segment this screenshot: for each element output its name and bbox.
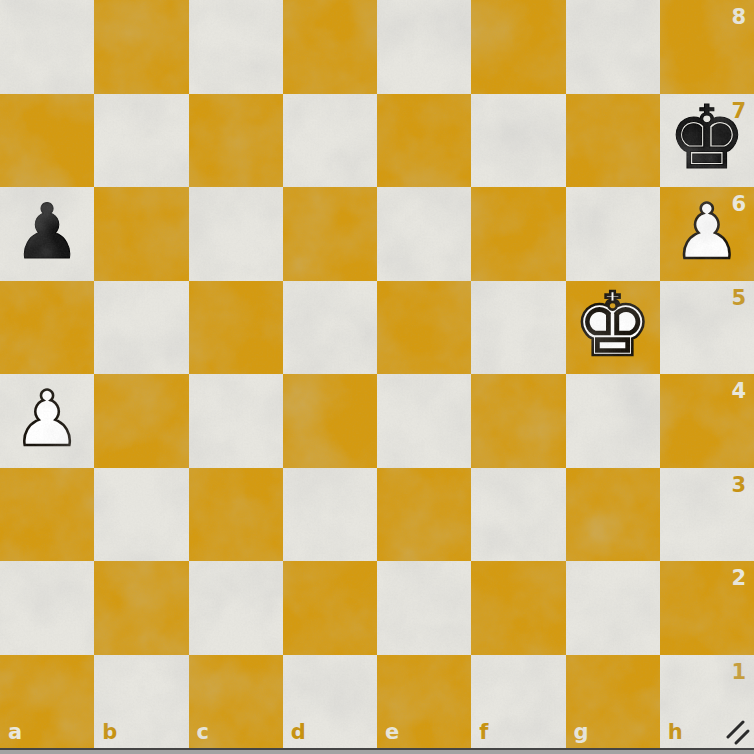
page: 8♚7♟♟6♚5♟432abcdefgh1	[0, 0, 754, 754]
rank-label-1: 1	[731, 662, 746, 683]
square-a4[interactable]: ♟	[0, 374, 94, 468]
square-a8[interactable]	[0, 0, 94, 94]
white-king[interactable]: ♚	[573, 281, 652, 369]
square-a5[interactable]	[0, 281, 94, 375]
square-e8[interactable]	[377, 0, 471, 94]
square-e7[interactable]	[377, 94, 471, 188]
file-label-d: d	[291, 722, 306, 743]
square-d3[interactable]	[283, 468, 377, 562]
square-b1[interactable]: b	[94, 655, 188, 749]
square-c8[interactable]	[189, 0, 283, 94]
square-b4[interactable]	[94, 374, 188, 468]
square-f7[interactable]	[471, 94, 565, 188]
square-f8[interactable]	[471, 0, 565, 94]
file-label-g: g	[574, 722, 589, 743]
white-pawn[interactable]: ♟	[13, 381, 81, 457]
rank-label-2: 2	[731, 568, 746, 589]
page-bottom-strip	[0, 748, 754, 754]
file-label-a: a	[8, 722, 22, 743]
square-f1[interactable]: f	[471, 655, 565, 749]
rank-label-6: 6	[731, 194, 746, 215]
square-c1[interactable]: c	[189, 655, 283, 749]
square-e2[interactable]	[377, 561, 471, 655]
square-c4[interactable]	[189, 374, 283, 468]
square-h4[interactable]: 4	[660, 374, 754, 468]
file-label-f: f	[479, 722, 488, 743]
square-d5[interactable]	[283, 281, 377, 375]
square-c3[interactable]	[189, 468, 283, 562]
square-d2[interactable]	[283, 561, 377, 655]
file-label-h: h	[668, 722, 683, 743]
square-a7[interactable]	[0, 94, 94, 188]
square-f3[interactable]	[471, 468, 565, 562]
square-g6[interactable]	[566, 187, 660, 281]
square-a2[interactable]	[0, 561, 94, 655]
rank-label-8: 8	[731, 7, 746, 28]
square-g2[interactable]	[566, 561, 660, 655]
square-h3[interactable]: 3	[660, 468, 754, 562]
chess-board: 8♚7♟♟6♚5♟432abcdefgh1	[0, 0, 754, 748]
square-d8[interactable]	[283, 0, 377, 94]
square-f4[interactable]	[471, 374, 565, 468]
square-b7[interactable]	[94, 94, 188, 188]
square-e5[interactable]	[377, 281, 471, 375]
square-f2[interactable]	[471, 561, 565, 655]
board-resize-handle-icon[interactable]	[725, 720, 751, 746]
rank-label-3: 3	[731, 475, 746, 496]
square-b5[interactable]	[94, 281, 188, 375]
rank-label-4: 4	[731, 381, 746, 402]
file-label-c: c	[197, 722, 209, 743]
square-g4[interactable]	[566, 374, 660, 468]
square-h2[interactable]: 2	[660, 561, 754, 655]
square-g7[interactable]	[566, 94, 660, 188]
square-c5[interactable]	[189, 281, 283, 375]
square-g5[interactable]: ♚	[566, 281, 660, 375]
square-f5[interactable]	[471, 281, 565, 375]
rank-label-5: 5	[731, 288, 746, 309]
square-c6[interactable]	[189, 187, 283, 281]
square-a6[interactable]: ♟	[0, 187, 94, 281]
square-h6[interactable]: ♟6	[660, 187, 754, 281]
square-g8[interactable]	[566, 0, 660, 94]
board-grid: 8♚7♟♟6♚5♟432abcdefgh1	[0, 0, 754, 748]
square-e3[interactable]	[377, 468, 471, 562]
square-b8[interactable]	[94, 0, 188, 94]
square-d1[interactable]: d	[283, 655, 377, 749]
square-a3[interactable]	[0, 468, 94, 562]
file-label-b: b	[102, 722, 117, 743]
square-h5[interactable]: 5	[660, 281, 754, 375]
square-f6[interactable]	[471, 187, 565, 281]
square-b3[interactable]	[94, 468, 188, 562]
square-h7[interactable]: ♚7	[660, 94, 754, 188]
square-c7[interactable]	[189, 94, 283, 188]
square-h8[interactable]: 8	[660, 0, 754, 94]
square-d4[interactable]	[283, 374, 377, 468]
square-d7[interactable]	[283, 94, 377, 188]
file-label-e: e	[385, 722, 399, 743]
square-c2[interactable]	[189, 561, 283, 655]
square-b6[interactable]	[94, 187, 188, 281]
black-pawn[interactable]: ♟	[13, 194, 81, 270]
square-a1[interactable]: a	[0, 655, 94, 749]
rank-label-7: 7	[731, 101, 746, 122]
square-e1[interactable]: e	[377, 655, 471, 749]
square-e4[interactable]	[377, 374, 471, 468]
square-g1[interactable]: g	[566, 655, 660, 749]
square-g3[interactable]	[566, 468, 660, 562]
square-b2[interactable]	[94, 561, 188, 655]
square-d6[interactable]	[283, 187, 377, 281]
square-e6[interactable]	[377, 187, 471, 281]
